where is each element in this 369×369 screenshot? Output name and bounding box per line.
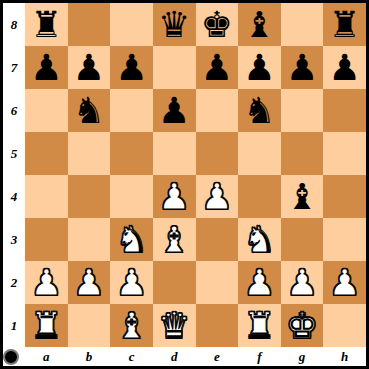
rank-label-1: 1	[3, 304, 25, 347]
rank-label-2: 2	[3, 261, 25, 304]
rank-label-3: 3	[3, 218, 25, 261]
square-f3[interactable]: ♞	[238, 218, 281, 261]
square-f6[interactable]: ♞	[238, 89, 281, 132]
square-d1[interactable]: ♛	[153, 304, 196, 347]
square-a2[interactable]: ♟	[25, 261, 68, 304]
square-g1[interactable]: ♚	[281, 304, 324, 347]
square-d3[interactable]: ♝	[153, 218, 196, 261]
black-bishop: ♝	[243, 7, 275, 43]
file-label-f: f	[238, 347, 281, 366]
black-pawn: ♟	[73, 50, 105, 86]
square-b5[interactable]	[68, 132, 111, 175]
square-c6[interactable]	[110, 89, 153, 132]
rank-label-7: 7	[3, 46, 25, 89]
black-rook: ♜	[30, 7, 62, 43]
square-e2[interactable]	[196, 261, 239, 304]
square-b1[interactable]	[68, 304, 111, 347]
square-d5[interactable]	[153, 132, 196, 175]
square-b7[interactable]: ♟	[68, 46, 111, 89]
file-labels: abcdefgh	[25, 347, 366, 366]
black-knight: ♞	[73, 93, 105, 129]
square-f2[interactable]: ♟	[238, 261, 281, 304]
square-c8[interactable]	[110, 3, 153, 46]
square-f4[interactable]	[238, 175, 281, 218]
chess-diagram: 87654321 ♜♛♚♝♜♟♟♟♟♟♟♟♞♟♞♟♟♝♞♝♞♟♟♟♟♟♟♜♝♛♜…	[0, 0, 369, 369]
square-a8[interactable]: ♜	[25, 3, 68, 46]
square-e4[interactable]: ♟	[196, 175, 239, 218]
square-g2[interactable]: ♟	[281, 261, 324, 304]
square-d6[interactable]: ♟	[153, 89, 196, 132]
square-d4[interactable]: ♟	[153, 175, 196, 218]
white-rook: ♜	[243, 308, 275, 344]
square-h2[interactable]: ♟	[323, 261, 366, 304]
square-g3[interactable]	[281, 218, 324, 261]
square-e3[interactable]	[196, 218, 239, 261]
rank-label-8: 8	[3, 3, 25, 46]
black-pawn: ♟	[158, 93, 190, 129]
square-g7[interactable]: ♟	[281, 46, 324, 89]
black-pawn: ♟	[243, 50, 275, 86]
square-b4[interactable]	[68, 175, 111, 218]
square-e5[interactable]	[196, 132, 239, 175]
square-g4[interactable]: ♝	[281, 175, 324, 218]
square-c4[interactable]	[110, 175, 153, 218]
square-f5[interactable]	[238, 132, 281, 175]
white-knight: ♞	[243, 222, 275, 258]
white-pawn: ♟	[158, 179, 190, 215]
file-label-d: d	[153, 347, 196, 366]
board-margin-corner	[3, 347, 25, 366]
square-a6[interactable]	[25, 89, 68, 132]
square-c5[interactable]	[110, 132, 153, 175]
rank-label-4: 4	[3, 175, 25, 218]
black-king: ♚	[201, 7, 233, 43]
white-rook: ♜	[30, 308, 62, 344]
rank-label-6: 6	[3, 89, 25, 132]
square-a5[interactable]	[25, 132, 68, 175]
white-pawn: ♟	[73, 265, 105, 301]
square-h7[interactable]: ♟	[323, 46, 366, 89]
file-label-g: g	[281, 347, 324, 366]
square-e1[interactable]	[196, 304, 239, 347]
square-h4[interactable]	[323, 175, 366, 218]
white-bishop: ♝	[115, 308, 147, 344]
square-a4[interactable]	[25, 175, 68, 218]
square-g5[interactable]	[281, 132, 324, 175]
file-label-c: c	[110, 347, 153, 366]
square-c2[interactable]: ♟	[110, 261, 153, 304]
square-e6[interactable]	[196, 89, 239, 132]
square-d8[interactable]: ♛	[153, 3, 196, 46]
square-b2[interactable]: ♟	[68, 261, 111, 304]
square-a1[interactable]: ♜	[25, 304, 68, 347]
square-h6[interactable]	[323, 89, 366, 132]
black-rook: ♜	[329, 7, 361, 43]
square-f8[interactable]: ♝	[238, 3, 281, 46]
square-g8[interactable]	[281, 3, 324, 46]
square-b8[interactable]	[68, 3, 111, 46]
rank-label-5: 5	[3, 132, 25, 175]
file-label-b: b	[68, 347, 111, 366]
black-knight: ♞	[243, 93, 275, 129]
white-pawn: ♟	[243, 265, 275, 301]
square-a3[interactable]	[25, 218, 68, 261]
square-f7[interactable]: ♟	[238, 46, 281, 89]
black-pawn: ♟	[286, 50, 318, 86]
square-h3[interactable]	[323, 218, 366, 261]
square-e7[interactable]: ♟	[196, 46, 239, 89]
white-pawn: ♟	[286, 265, 318, 301]
white-king: ♚	[286, 308, 318, 344]
side-to-move-indicator	[3, 349, 19, 365]
file-label-e: e	[196, 347, 239, 366]
square-a7[interactable]: ♟	[25, 46, 68, 89]
square-h5[interactable]	[323, 132, 366, 175]
file-label-h: h	[323, 347, 366, 366]
white-pawn: ♟	[329, 265, 361, 301]
square-c7[interactable]: ♟	[110, 46, 153, 89]
square-h1[interactable]	[323, 304, 366, 347]
black-pawn: ♟	[115, 50, 147, 86]
square-e8[interactable]: ♚	[196, 3, 239, 46]
black-bishop: ♝	[286, 179, 318, 215]
white-pawn: ♟	[115, 265, 147, 301]
square-h8[interactable]: ♜	[323, 3, 366, 46]
square-b3[interactable]	[68, 218, 111, 261]
white-pawn: ♟	[201, 179, 233, 215]
square-g6[interactable]	[281, 89, 324, 132]
black-pawn: ♟	[30, 50, 62, 86]
black-queen: ♛	[158, 7, 190, 43]
rank-labels: 87654321	[3, 3, 25, 347]
chess-board: ♜♛♚♝♜♟♟♟♟♟♟♟♞♟♞♟♟♝♞♝♞♟♟♟♟♟♟♜♝♛♜♚	[25, 3, 366, 347]
square-c1[interactable]: ♝	[110, 304, 153, 347]
square-c3[interactable]: ♞	[110, 218, 153, 261]
square-d2[interactable]	[153, 261, 196, 304]
white-knight: ♞	[115, 222, 147, 258]
white-queen: ♛	[158, 308, 190, 344]
square-d7[interactable]	[153, 46, 196, 89]
white-bishop: ♝	[158, 222, 190, 258]
square-f1[interactable]: ♜	[238, 304, 281, 347]
black-pawn: ♟	[201, 50, 233, 86]
square-b6[interactable]: ♞	[68, 89, 111, 132]
file-label-a: a	[25, 347, 68, 366]
black-pawn: ♟	[329, 50, 361, 86]
white-pawn: ♟	[30, 265, 62, 301]
